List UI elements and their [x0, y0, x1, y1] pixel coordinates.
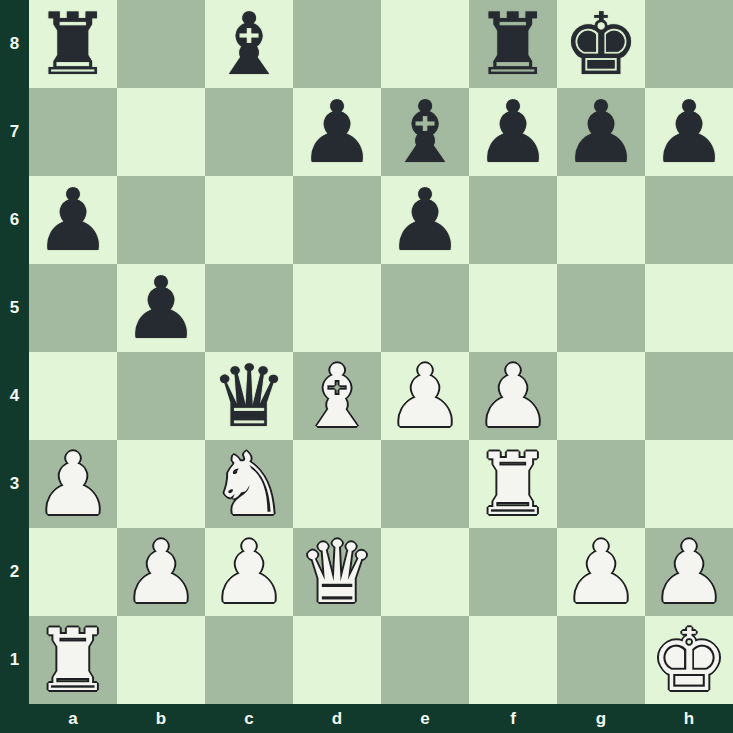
square-h2[interactable]: ♟	[645, 528, 733, 616]
piece-black-pawn[interactable]: ♟	[34, 176, 111, 264]
rank-label-6: 6	[0, 176, 29, 264]
square-g4[interactable]	[557, 352, 645, 440]
square-d2[interactable]: ♛	[293, 528, 381, 616]
piece-white-bishop[interactable]: ♝	[298, 352, 375, 440]
square-e7[interactable]: ♝	[381, 88, 469, 176]
piece-white-knight[interactable]: ♞	[210, 440, 287, 528]
rank-label-3: 3	[0, 440, 29, 528]
square-a8[interactable]: ♜	[29, 0, 117, 88]
square-h8[interactable]	[645, 0, 733, 88]
square-e2[interactable]	[381, 528, 469, 616]
file-label-f: f	[469, 704, 557, 733]
square-g7[interactable]: ♟	[557, 88, 645, 176]
square-c1[interactable]	[205, 616, 293, 704]
piece-white-pawn[interactable]: ♟	[562, 528, 639, 616]
square-b6[interactable]	[117, 176, 205, 264]
square-e5[interactable]	[381, 264, 469, 352]
square-h5[interactable]	[645, 264, 733, 352]
square-h1[interactable]: ♚	[645, 616, 733, 704]
square-g8[interactable]: ♚	[557, 0, 645, 88]
file-label-d: d	[293, 704, 381, 733]
square-g5[interactable]	[557, 264, 645, 352]
square-d6[interactable]	[293, 176, 381, 264]
square-h7[interactable]: ♟	[645, 88, 733, 176]
file-label-g: g	[557, 704, 645, 733]
piece-black-bishop[interactable]: ♝	[386, 88, 463, 176]
file-label-b: b	[117, 704, 205, 733]
square-b5[interactable]: ♟	[117, 264, 205, 352]
square-g1[interactable]	[557, 616, 645, 704]
piece-white-pawn[interactable]: ♟	[386, 352, 463, 440]
piece-black-bishop[interactable]: ♝	[210, 0, 287, 88]
square-d3[interactable]	[293, 440, 381, 528]
square-e1[interactable]	[381, 616, 469, 704]
piece-white-rook[interactable]: ♜	[34, 616, 111, 704]
square-e8[interactable]	[381, 0, 469, 88]
square-d8[interactable]	[293, 0, 381, 88]
square-a1[interactable]: ♜	[29, 616, 117, 704]
piece-black-pawn[interactable]: ♟	[650, 88, 727, 176]
chess-diagram: 8♜♝♜♚7♟♝♟♟♟6♟♟5♟4♛♝♟♟3♟♞♜2♟♟♛♟♟1♜♚abcdef…	[0, 0, 733, 733]
piece-black-pawn[interactable]: ♟	[122, 264, 199, 352]
square-h3[interactable]	[645, 440, 733, 528]
square-g2[interactable]: ♟	[557, 528, 645, 616]
piece-white-pawn[interactable]: ♟	[474, 352, 551, 440]
piece-white-king[interactable]: ♚	[650, 616, 727, 704]
square-c4[interactable]: ♛	[205, 352, 293, 440]
rank-label-2: 2	[0, 528, 29, 616]
square-c8[interactable]: ♝	[205, 0, 293, 88]
piece-white-rook[interactable]: ♜	[474, 440, 551, 528]
piece-white-pawn[interactable]: ♟	[650, 528, 727, 616]
square-b3[interactable]	[117, 440, 205, 528]
square-b8[interactable]	[117, 0, 205, 88]
file-label-c: c	[205, 704, 293, 733]
square-a7[interactable]	[29, 88, 117, 176]
piece-black-rook[interactable]: ♜	[34, 0, 111, 88]
piece-white-pawn[interactable]: ♟	[34, 440, 111, 528]
piece-black-pawn[interactable]: ♟	[562, 88, 639, 176]
piece-black-rook[interactable]: ♜	[474, 0, 551, 88]
square-a4[interactable]	[29, 352, 117, 440]
square-f8[interactable]: ♜	[469, 0, 557, 88]
gutter-corner	[0, 704, 29, 733]
square-f2[interactable]	[469, 528, 557, 616]
square-a5[interactable]	[29, 264, 117, 352]
rank-label-5: 5	[0, 264, 29, 352]
square-e3[interactable]	[381, 440, 469, 528]
square-b7[interactable]	[117, 88, 205, 176]
square-e4[interactable]: ♟	[381, 352, 469, 440]
piece-white-queen[interactable]: ♛	[298, 528, 375, 616]
rank-label-7: 7	[0, 88, 29, 176]
square-b2[interactable]: ♟	[117, 528, 205, 616]
square-f3[interactable]: ♜	[469, 440, 557, 528]
square-f6[interactable]	[469, 176, 557, 264]
square-f4[interactable]: ♟	[469, 352, 557, 440]
square-c3[interactable]: ♞	[205, 440, 293, 528]
square-f7[interactable]: ♟	[469, 88, 557, 176]
square-d4[interactable]: ♝	[293, 352, 381, 440]
file-label-e: e	[381, 704, 469, 733]
piece-white-pawn[interactable]: ♟	[122, 528, 199, 616]
rank-label-1: 1	[0, 616, 29, 704]
square-c2[interactable]: ♟	[205, 528, 293, 616]
square-c7[interactable]	[205, 88, 293, 176]
square-d1[interactable]	[293, 616, 381, 704]
square-f5[interactable]	[469, 264, 557, 352]
rank-label-8: 8	[0, 0, 29, 88]
square-b4[interactable]	[117, 352, 205, 440]
rank-label-4: 4	[0, 352, 29, 440]
square-a2[interactable]	[29, 528, 117, 616]
square-c5[interactable]	[205, 264, 293, 352]
square-h4[interactable]	[645, 352, 733, 440]
square-e6[interactable]: ♟	[381, 176, 469, 264]
chess-board: 8♜♝♜♚7♟♝♟♟♟6♟♟5♟4♛♝♟♟3♟♞♜2♟♟♛♟♟1♜♚abcdef…	[0, 0, 733, 733]
square-d5[interactable]	[293, 264, 381, 352]
piece-black-pawn[interactable]: ♟	[474, 88, 551, 176]
piece-black-queen[interactable]: ♛	[210, 352, 287, 440]
square-d7[interactable]: ♟	[293, 88, 381, 176]
piece-black-pawn[interactable]: ♟	[298, 88, 375, 176]
square-h6[interactable]	[645, 176, 733, 264]
square-g3[interactable]	[557, 440, 645, 528]
piece-black-king[interactable]: ♚	[562, 0, 639, 88]
square-b1[interactable]	[117, 616, 205, 704]
piece-white-pawn[interactable]: ♟	[210, 528, 287, 616]
square-a6[interactable]: ♟	[29, 176, 117, 264]
square-g6[interactable]	[557, 176, 645, 264]
piece-black-pawn[interactable]: ♟	[386, 176, 463, 264]
square-a3[interactable]: ♟	[29, 440, 117, 528]
square-c6[interactable]	[205, 176, 293, 264]
square-f1[interactable]	[469, 616, 557, 704]
